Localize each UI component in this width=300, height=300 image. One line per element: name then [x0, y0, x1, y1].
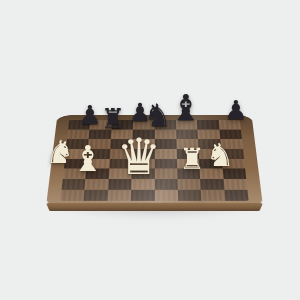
black-bishop: ♝	[170, 90, 202, 126]
board-square	[85, 179, 109, 190]
board-square	[201, 190, 225, 201]
white-bishop: ♝	[72, 141, 104, 177]
board-square	[107, 190, 131, 201]
board-square	[62, 179, 86, 190]
board-square	[84, 190, 108, 201]
white-knight: ♞	[206, 139, 235, 171]
white-rook: ♜	[179, 145, 205, 174]
board-square	[131, 190, 155, 201]
board-square	[223, 179, 247, 190]
black-pawn: ♟	[78, 102, 101, 128]
board-square	[176, 129, 198, 138]
white-queen: ♛	[117, 132, 162, 182]
board-square	[200, 179, 224, 190]
board-side-edge	[46, 203, 263, 211]
board-square	[155, 190, 179, 201]
board-square	[178, 190, 202, 201]
board-square	[60, 190, 84, 201]
board-square	[177, 179, 201, 190]
board-square	[224, 190, 248, 201]
white-knight: ♞	[46, 136, 75, 168]
black-pawn: ♟	[224, 97, 247, 123]
black-knight: ♞	[144, 100, 172, 131]
photo-canvas: ♟♜♟♞♝♟♞♝♛♜♞	[0, 0, 300, 300]
